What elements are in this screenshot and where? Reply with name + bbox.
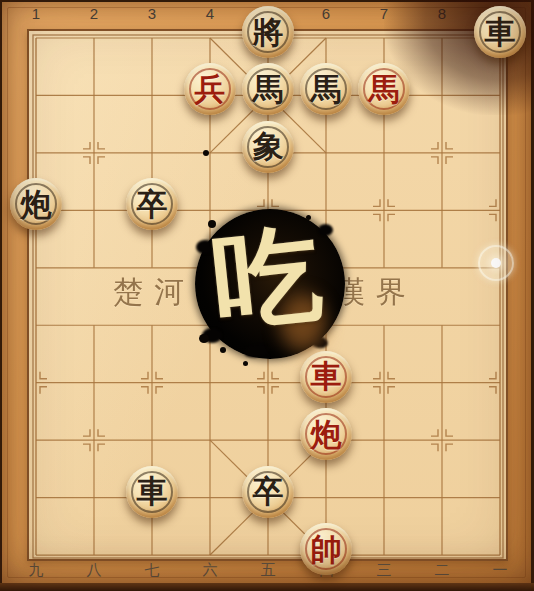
xiangqi-board-screen: 楚河 漢界 123456789 九八七六五四三二一 將車兵馬馬馬象炮卒車炮車卒帥… (0, 0, 534, 591)
piece-glyph: 卒 (253, 476, 284, 507)
file-label-bottom-2: 八 (87, 562, 102, 578)
piece-black-elephant-f5r2[interactable]: 象 (242, 121, 294, 173)
piece-black-cannon-f1r3[interactable]: 炮 (10, 178, 62, 230)
piece-red-chariot-f6r6[interactable]: 車 (300, 351, 352, 403)
file-label-bottom-3: 七 (145, 562, 160, 578)
bottom-edge (0, 583, 534, 591)
piece-glyph: 馬 (311, 74, 342, 105)
file-label-bottom-7: 三 (377, 562, 392, 578)
piece-glyph: 馬 (369, 74, 400, 105)
file-label-top-1: 1 (32, 6, 40, 22)
file-label-top-7: 7 (380, 6, 388, 22)
piece-black-soldier-f5r8[interactable]: 卒 (242, 466, 294, 518)
piece-glyph: 炮 (311, 419, 342, 450)
piece-red-general-f6r9[interactable]: 帥 (300, 523, 352, 575)
piece-red-cannon-f6r7[interactable]: 炮 (300, 408, 352, 460)
file-label-top-4: 4 (206, 6, 214, 22)
file-label-bottom-1: 九 (29, 562, 44, 578)
piece-black-chariot-f3r8[interactable]: 車 (126, 466, 178, 518)
piece-glyph: 兵 (195, 74, 226, 105)
river-label-chu-he: 楚河 (113, 272, 195, 313)
file-label-bottom-4: 六 (203, 562, 218, 578)
file-label-top-6: 6 (322, 6, 330, 22)
piece-glyph: 象 (253, 131, 284, 162)
piece-glyph: 帥 (311, 534, 342, 565)
file-label-top-2: 2 (90, 6, 98, 22)
piece-black-general-f5r0[interactable]: 將 (242, 6, 294, 58)
piece-glyph: 車 (311, 361, 342, 392)
piece-glyph: 將 (253, 17, 284, 48)
piece-glyph: 炮 (21, 189, 52, 220)
file-label-top-3: 3 (148, 6, 156, 22)
piece-black-chariot-f9r0[interactable]: 車 (474, 6, 526, 58)
file-label-bottom-9: 一 (493, 562, 508, 578)
piece-glyph: 馬 (253, 74, 284, 105)
piece-black-soldier-f3r3[interactable]: 卒 (126, 178, 178, 230)
piece-glyph: 卒 (137, 189, 168, 220)
piece-glyph: 車 (485, 17, 516, 48)
file-label-top-8: 8 (438, 6, 446, 22)
piece-glyph: 車 (137, 476, 168, 507)
file-label-bottom-8: 二 (435, 562, 450, 578)
file-label-bottom-5: 五 (261, 562, 276, 578)
river-label-han-jie: 漢界 (335, 272, 417, 313)
